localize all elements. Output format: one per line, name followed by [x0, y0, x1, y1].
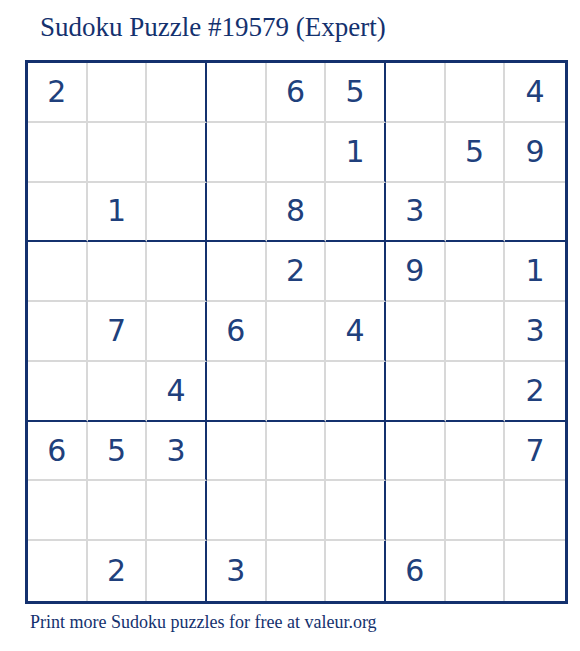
sudoku-board: 26541591832917643426537236 [25, 60, 568, 604]
cell-r6c2 [88, 362, 148, 422]
cell-r4c8 [446, 242, 506, 302]
cell-r2c5 [267, 123, 327, 183]
cell-r6c6 [326, 362, 386, 422]
cell-r3c8 [446, 183, 506, 243]
cell-r4c7: 9 [386, 242, 446, 302]
cell-r3c5: 8 [267, 183, 327, 243]
cell-r2c2 [88, 123, 148, 183]
cell-r8c3 [147, 481, 207, 541]
cell-r5c9: 3 [505, 302, 565, 362]
cell-r9c6 [326, 541, 386, 601]
cell-r7c5 [267, 422, 327, 482]
cell-r3c7: 3 [386, 183, 446, 243]
cell-r2c6: 1 [326, 123, 386, 183]
cell-r9c5 [267, 541, 327, 601]
cell-r9c8 [446, 541, 506, 601]
cell-r7c2: 5 [88, 422, 148, 482]
cell-r9c2: 2 [88, 541, 148, 601]
cell-r9c3 [147, 541, 207, 601]
cell-r6c8 [446, 362, 506, 422]
page-title: Sudoku Puzzle #19579 (Expert) [40, 12, 386, 43]
cell-r5c8 [446, 302, 506, 362]
cell-r7c8 [446, 422, 506, 482]
cell-r4c5: 2 [267, 242, 327, 302]
cell-r6c7 [386, 362, 446, 422]
cell-r4c9: 1 [505, 242, 565, 302]
footer-text: Print more Sudoku puzzles for free at va… [30, 612, 377, 633]
cell-r2c1 [28, 123, 88, 183]
cell-r6c1 [28, 362, 88, 422]
cell-r2c3 [147, 123, 207, 183]
cell-r8c8 [446, 481, 506, 541]
cell-r1c8 [446, 63, 506, 123]
cell-r8c1 [28, 481, 88, 541]
cell-r3c3 [147, 183, 207, 243]
cell-r7c1: 6 [28, 422, 88, 482]
cell-r1c6: 5 [326, 63, 386, 123]
cell-r1c9: 4 [505, 63, 565, 123]
cell-r1c5: 6 [267, 63, 327, 123]
cell-r4c1 [28, 242, 88, 302]
cell-r1c4 [207, 63, 267, 123]
cell-r5c7 [386, 302, 446, 362]
cell-r7c7 [386, 422, 446, 482]
page: Sudoku Puzzle #19579 (Expert) 2654159183… [0, 0, 580, 651]
cell-r4c3 [147, 242, 207, 302]
cell-r6c9: 2 [505, 362, 565, 422]
cell-r1c1: 2 [28, 63, 88, 123]
cell-r1c2 [88, 63, 148, 123]
cell-r2c9: 9 [505, 123, 565, 183]
cell-r5c1 [28, 302, 88, 362]
cell-r7c4 [207, 422, 267, 482]
cell-r3c6 [326, 183, 386, 243]
cell-r4c6 [326, 242, 386, 302]
cell-r8c6 [326, 481, 386, 541]
cell-r5c5 [267, 302, 327, 362]
cell-r9c7: 6 [386, 541, 446, 601]
cell-r1c3 [147, 63, 207, 123]
cell-r7c3: 3 [147, 422, 207, 482]
cell-r5c3 [147, 302, 207, 362]
cell-r3c1 [28, 183, 88, 243]
cell-r8c9 [505, 481, 565, 541]
cell-r6c4 [207, 362, 267, 422]
cell-r9c4: 3 [207, 541, 267, 601]
cell-r9c1 [28, 541, 88, 601]
cell-r3c2: 1 [88, 183, 148, 243]
cell-r3c9 [505, 183, 565, 243]
cell-r1c7 [386, 63, 446, 123]
cell-r8c2 [88, 481, 148, 541]
cell-r6c3: 4 [147, 362, 207, 422]
cell-r8c5 [267, 481, 327, 541]
cell-r7c9: 7 [505, 422, 565, 482]
cell-r7c6 [326, 422, 386, 482]
cell-r5c6: 4 [326, 302, 386, 362]
cell-r8c7 [386, 481, 446, 541]
cell-r4c2 [88, 242, 148, 302]
cell-r6c5 [267, 362, 327, 422]
cell-r9c9 [505, 541, 565, 601]
cell-r2c4 [207, 123, 267, 183]
cell-r5c4: 6 [207, 302, 267, 362]
cell-r4c4 [207, 242, 267, 302]
cell-r5c2: 7 [88, 302, 148, 362]
cell-r8c4 [207, 481, 267, 541]
cell-r2c7 [386, 123, 446, 183]
cell-r3c4 [207, 183, 267, 243]
cell-r2c8: 5 [446, 123, 506, 183]
